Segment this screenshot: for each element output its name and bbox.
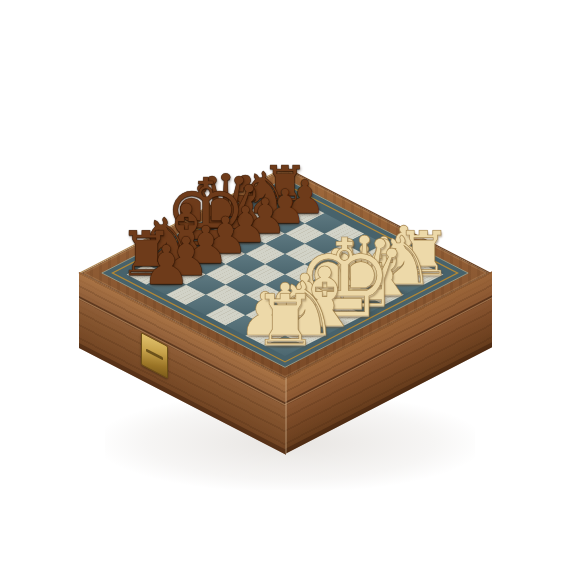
product-photo-chess-box: ♜♟♞♟♝♟♛♟♚♟♝♟♟♞♜♟♟♜♞♟♟♝♟♛♟♚♟♝♟♞♟♜ bbox=[0, 0, 570, 570]
corner-highlight bbox=[285, 377, 287, 454]
piece-white-rook[interactable]: ♜ bbox=[253, 286, 316, 357]
piece-black-pawn[interactable]: ♟ bbox=[142, 239, 191, 293]
clasp-slot bbox=[146, 349, 163, 361]
